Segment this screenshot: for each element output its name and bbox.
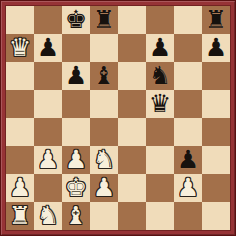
white-pawn[interactable]: ♟	[177, 174, 199, 202]
square-b6[interactable]	[34, 62, 62, 90]
square-a3[interactable]	[6, 146, 34, 174]
square-b8[interactable]	[34, 6, 62, 34]
square-b5[interactable]	[34, 90, 62, 118]
square-f4[interactable]	[146, 118, 174, 146]
square-a1[interactable]: ♜	[6, 202, 34, 230]
square-a4[interactable]	[6, 118, 34, 146]
square-e4[interactable]	[118, 118, 146, 146]
square-c7[interactable]	[62, 34, 90, 62]
square-h3[interactable]	[202, 146, 230, 174]
white-knight[interactable]: ♞	[37, 202, 59, 230]
square-f1[interactable]	[146, 202, 174, 230]
square-e5[interactable]	[118, 90, 146, 118]
square-e8[interactable]	[118, 6, 146, 34]
square-a5[interactable]	[6, 90, 34, 118]
black-pawn[interactable]: ♟	[149, 34, 171, 62]
white-knight[interactable]: ♞	[93, 146, 115, 174]
square-d4[interactable]	[90, 118, 118, 146]
white-queen[interactable]: ♛	[9, 34, 31, 62]
square-a2[interactable]: ♟	[6, 174, 34, 202]
square-e2[interactable]	[118, 174, 146, 202]
square-g6[interactable]	[174, 62, 202, 90]
square-g7[interactable]	[174, 34, 202, 62]
square-d5[interactable]	[90, 90, 118, 118]
black-knight[interactable]: ♞	[149, 62, 171, 90]
black-pawn[interactable]: ♟	[37, 34, 59, 62]
square-a7[interactable]: ♛	[6, 34, 34, 62]
board-frame: ♚♜♜♛♟♟♟♟♝♞♛♟♟♞♟♟♚♟♟♜♞♝	[0, 0, 236, 236]
square-f6[interactable]: ♞	[146, 62, 174, 90]
square-a8[interactable]	[6, 6, 34, 34]
square-a6[interactable]	[6, 62, 34, 90]
square-f5[interactable]: ♛	[146, 90, 174, 118]
square-g4[interactable]	[174, 118, 202, 146]
square-c5[interactable]	[62, 90, 90, 118]
chess-board: ♚♜♜♛♟♟♟♟♝♞♛♟♟♞♟♟♚♟♟♜♞♝	[6, 6, 230, 230]
square-d7[interactable]	[90, 34, 118, 62]
square-h4[interactable]	[202, 118, 230, 146]
black-pawn[interactable]: ♟	[205, 34, 227, 62]
square-c2[interactable]: ♚	[62, 174, 90, 202]
square-g3[interactable]: ♟	[174, 146, 202, 174]
square-g2[interactable]: ♟	[174, 174, 202, 202]
black-bishop[interactable]: ♝	[93, 62, 115, 90]
square-e3[interactable]	[118, 146, 146, 174]
square-g8[interactable]	[174, 6, 202, 34]
black-rook[interactable]: ♜	[205, 6, 227, 34]
square-c3[interactable]: ♟	[62, 146, 90, 174]
white-rook[interactable]: ♜	[9, 202, 31, 230]
white-pawn[interactable]: ♟	[65, 146, 87, 174]
white-pawn[interactable]: ♟	[93, 174, 115, 202]
square-h8[interactable]: ♜	[202, 6, 230, 34]
black-pawn[interactable]: ♟	[65, 62, 87, 90]
square-f7[interactable]: ♟	[146, 34, 174, 62]
square-e1[interactable]	[118, 202, 146, 230]
square-d1[interactable]	[90, 202, 118, 230]
square-d8[interactable]: ♜	[90, 6, 118, 34]
square-h2[interactable]	[202, 174, 230, 202]
white-pawn[interactable]: ♟	[9, 174, 31, 202]
square-b2[interactable]	[34, 174, 62, 202]
square-c4[interactable]	[62, 118, 90, 146]
square-f2[interactable]	[146, 174, 174, 202]
square-h5[interactable]	[202, 90, 230, 118]
square-e6[interactable]	[118, 62, 146, 90]
square-d6[interactable]: ♝	[90, 62, 118, 90]
white-king[interactable]: ♚	[65, 174, 87, 202]
square-f8[interactable]	[146, 6, 174, 34]
square-c6[interactable]: ♟	[62, 62, 90, 90]
black-king[interactable]: ♚	[65, 6, 87, 34]
black-pawn[interactable]: ♟	[177, 146, 199, 174]
square-f3[interactable]	[146, 146, 174, 174]
square-b4[interactable]	[34, 118, 62, 146]
black-rook[interactable]: ♜	[93, 6, 115, 34]
square-b1[interactable]: ♞	[34, 202, 62, 230]
square-h1[interactable]	[202, 202, 230, 230]
square-b3[interactable]: ♟	[34, 146, 62, 174]
square-h6[interactable]	[202, 62, 230, 90]
square-d3[interactable]: ♞	[90, 146, 118, 174]
square-c1[interactable]: ♝	[62, 202, 90, 230]
square-g5[interactable]	[174, 90, 202, 118]
square-h7[interactable]: ♟	[202, 34, 230, 62]
square-c8[interactable]: ♚	[62, 6, 90, 34]
white-pawn[interactable]: ♟	[37, 146, 59, 174]
square-e7[interactable]	[118, 34, 146, 62]
square-b7[interactable]: ♟	[34, 34, 62, 62]
square-d2[interactable]: ♟	[90, 174, 118, 202]
black-queen[interactable]: ♛	[149, 90, 171, 118]
white-bishop[interactable]: ♝	[65, 202, 87, 230]
square-g1[interactable]	[174, 202, 202, 230]
